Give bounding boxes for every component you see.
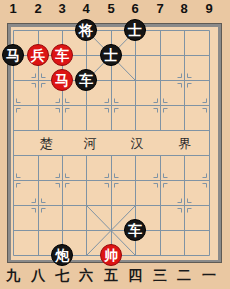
- file-label-top-5: 5: [102, 1, 120, 16]
- file-label-bottom-1: 九: [3, 267, 23, 285]
- piece-black-general[interactable]: 将: [75, 19, 97, 41]
- file-label-top-6: 6: [126, 1, 144, 16]
- river-label-2: 河: [84, 136, 97, 151]
- file-label-top-1: 1: [4, 1, 22, 16]
- piece-red-general[interactable]: 帅: [100, 244, 122, 266]
- file-label-bottom-4: 六: [76, 267, 96, 285]
- file-label-bottom-8: 二: [174, 267, 194, 285]
- piece-black-advisor[interactable]: 士: [100, 44, 122, 66]
- xiangqi-app: 楚河汉界 123456789 将士马兵车士马车车炮帅 九八七六五四三二一: [0, 0, 230, 289]
- file-label-bottom-3: 七: [52, 267, 72, 285]
- file-label-top-9: 9: [200, 1, 218, 16]
- river-label-3: 汉: [131, 136, 144, 151]
- piece-black-horse[interactable]: 马: [2, 44, 24, 66]
- piece-black-cannon[interactable]: 炮: [51, 244, 73, 266]
- piece-red-soldier[interactable]: 兵: [27, 44, 49, 66]
- file-label-top-4: 4: [77, 1, 95, 16]
- file-label-bottom-9: 一: [199, 267, 219, 285]
- file-label-bottom-7: 三: [150, 267, 170, 285]
- river-label-4: 界: [179, 136, 192, 151]
- piece-red-horse[interactable]: 马: [51, 69, 73, 91]
- file-label-bottom-2: 八: [28, 267, 48, 285]
- piece-black-chariot[interactable]: 车: [124, 219, 146, 241]
- file-label-bottom-6: 四: [125, 267, 145, 285]
- piece-black-chariot[interactable]: 车: [75, 69, 97, 91]
- piece-black-advisor[interactable]: 士: [124, 19, 146, 41]
- file-label-top-7: 7: [151, 1, 169, 16]
- file-label-top-8: 8: [175, 1, 193, 16]
- file-label-bottom-5: 五: [101, 267, 121, 285]
- file-label-top-3: 3: [53, 1, 71, 16]
- file-label-top-2: 2: [29, 1, 47, 16]
- river-label-1: 楚: [40, 136, 53, 151]
- piece-red-chariot[interactable]: 车: [51, 44, 73, 66]
